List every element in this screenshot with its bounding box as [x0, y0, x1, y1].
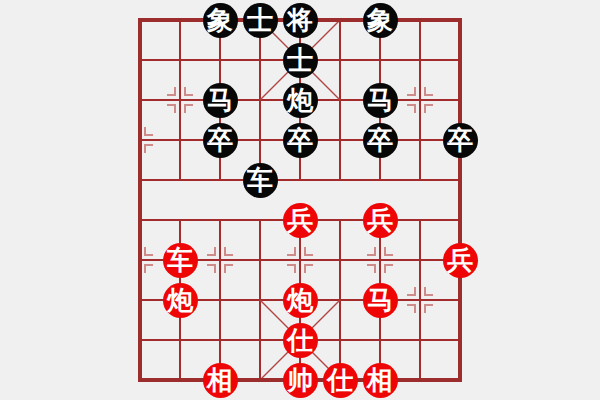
piece-black-soldier[interactable]: 卒	[283, 123, 318, 158]
piece-black-soldier[interactable]: 卒	[443, 123, 478, 158]
piece-red-cannon[interactable]: 炮	[163, 283, 198, 318]
piece-red-elephant[interactable]: 相	[363, 363, 398, 398]
piece-black-cannon[interactable]: 炮	[283, 83, 318, 118]
pieces-layer: 象士将象士马炮马卒卒卒卒车兵兵车兵炮炮马仕相帅仕相	[120, 0, 480, 400]
piece-red-advisor[interactable]: 仕	[323, 363, 358, 398]
piece-red-advisor[interactable]: 仕	[283, 323, 318, 358]
piece-black-general[interactable]: 将	[283, 3, 318, 38]
piece-red-soldier[interactable]: 兵	[283, 203, 318, 238]
piece-black-horse[interactable]: 马	[203, 83, 238, 118]
piece-black-horse[interactable]: 马	[363, 83, 398, 118]
piece-black-chariot[interactable]: 车	[243, 163, 278, 198]
piece-black-advisor[interactable]: 士	[243, 3, 278, 38]
piece-black-elephant[interactable]: 象	[203, 3, 238, 38]
xiangqi-app: 象士将象士马炮马卒卒卒卒车兵兵车兵炮炮马仕相帅仕相	[0, 0, 600, 400]
piece-black-soldier[interactable]: 卒	[203, 123, 238, 158]
piece-red-soldier[interactable]: 兵	[363, 203, 398, 238]
piece-red-cannon[interactable]: 炮	[283, 283, 318, 318]
piece-black-elephant[interactable]: 象	[363, 3, 398, 38]
piece-red-soldier[interactable]: 兵	[443, 243, 478, 278]
piece-red-elephant[interactable]: 相	[203, 363, 238, 398]
piece-red-general[interactable]: 帅	[283, 363, 318, 398]
piece-red-chariot[interactable]: 车	[163, 243, 198, 278]
piece-black-soldier[interactable]: 卒	[363, 123, 398, 158]
piece-red-horse[interactable]: 马	[363, 283, 398, 318]
piece-black-advisor[interactable]: 士	[283, 43, 318, 78]
